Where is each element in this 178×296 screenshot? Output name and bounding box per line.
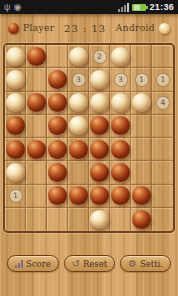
board-cell-r3c8[interactable]: 4	[152, 92, 173, 115]
board-cell-r7c3[interactable]	[47, 185, 68, 208]
reset-button[interactable]: ↺ Reset	[64, 255, 116, 272]
brown-marble	[48, 70, 67, 89]
board-cell-r1c2[interactable]	[26, 45, 47, 68]
light-marble	[111, 93, 130, 112]
move-hint-marker: 3	[72, 73, 86, 87]
light-marble	[111, 47, 130, 66]
board-cell-r4c3[interactable]	[47, 115, 68, 138]
brown-marble	[90, 186, 109, 205]
brown-marble	[69, 186, 88, 205]
move-hint-marker: 1	[9, 189, 23, 203]
board-cell-r7c8[interactable]	[152, 185, 173, 208]
settings-button-label: Setti.	[140, 259, 163, 269]
board-cell-r5c1[interactable]	[5, 138, 26, 161]
board-cell-r6c2[interactable]	[26, 161, 47, 184]
light-marble	[69, 116, 88, 135]
brown-marble	[111, 163, 130, 182]
clock-text: 21:36	[149, 2, 174, 12]
status-bar: ψ ◉ 21:36	[0, 0, 178, 14]
board-cell-r8c4[interactable]	[68, 208, 89, 231]
light-marble	[69, 47, 88, 66]
move-hint-marker: 2	[93, 50, 107, 64]
board-cell-r4c4[interactable]	[68, 115, 89, 138]
brown-marble	[48, 163, 67, 182]
move-hint-marker: 1	[156, 73, 170, 87]
board-cell-r1c8[interactable]	[152, 45, 173, 68]
brown-marble	[6, 116, 25, 135]
board-cell-r6c5[interactable]	[89, 161, 110, 184]
light-marble	[90, 70, 109, 89]
signal-strength-icon	[118, 3, 129, 12]
light-marble	[90, 93, 109, 112]
board-cell-r5c7[interactable]	[131, 138, 152, 161]
score-button[interactable]: Score	[7, 255, 59, 272]
board-cell-r4c1[interactable]	[5, 115, 26, 138]
board-cell-r8c8[interactable]	[152, 208, 173, 231]
board-cell-r2c7[interactable]: 1	[131, 68, 152, 91]
board-cell-r6c4[interactable]	[68, 161, 89, 184]
brown-marble	[90, 163, 109, 182]
board-cell-r5c3[interactable]	[47, 138, 68, 161]
score-header: Player 23 : 13 Android	[0, 15, 178, 41]
brown-marble	[48, 140, 67, 159]
android-marble-icon	[159, 23, 170, 34]
brown-marble	[111, 186, 130, 205]
board-cell-r1c4[interactable]	[68, 45, 89, 68]
light-marble	[132, 93, 151, 112]
app-screen: ψ ◉ 21:36 Player 23 : 13 Android 2331141…	[0, 0, 178, 296]
board-cell-r6c1[interactable]	[5, 161, 26, 184]
board-cell-r1c6[interactable]	[110, 45, 131, 68]
brown-marble	[69, 140, 88, 159]
bar-chart-icon	[15, 260, 23, 268]
brown-marble	[27, 140, 46, 159]
board-cell-r6c3[interactable]	[47, 161, 68, 184]
battery-icon	[132, 4, 146, 11]
brown-marble	[48, 116, 67, 135]
board-cell-r8c2[interactable]	[26, 208, 47, 231]
board-cell-r7c2[interactable]	[26, 185, 47, 208]
board-cell-r6c7[interactable]	[131, 161, 152, 184]
board-cell-r2c4[interactable]: 3	[68, 68, 89, 91]
score-button-label: Score	[26, 259, 51, 269]
board-cell-r4c2[interactable]	[26, 115, 47, 138]
board-cell-r3c5[interactable]	[89, 92, 110, 115]
settings-button[interactable]: ⚙ Setti.	[120, 255, 171, 272]
board-cell-r8c3[interactable]	[47, 208, 68, 231]
board-cell-r3c1[interactable]	[5, 92, 26, 115]
move-hint-marker: 1	[135, 73, 149, 87]
board-cell-r3c7[interactable]	[131, 92, 152, 115]
board-cell-r5c6[interactable]	[110, 138, 131, 161]
brown-marble	[6, 140, 25, 159]
board-cell-r4c5[interactable]	[89, 115, 110, 138]
board-cell-r7c4[interactable]	[68, 185, 89, 208]
board-cell-r8c1[interactable]	[5, 208, 26, 231]
brown-marble	[111, 116, 130, 135]
board-cell-r1c7[interactable]	[131, 45, 152, 68]
board-cell-r3c4[interactable]	[68, 92, 89, 115]
board-cell-r3c6[interactable]	[110, 92, 131, 115]
adb-icon: ◉	[13, 0, 21, 14]
light-marble	[90, 210, 109, 229]
board-cell-r5c8[interactable]	[152, 138, 173, 161]
board-cell-r2c6[interactable]: 3	[110, 68, 131, 91]
brown-marble	[27, 47, 46, 66]
board-cell-r2c1[interactable]	[5, 68, 26, 91]
board-cell-r1c1[interactable]	[5, 45, 26, 68]
board-cell-r2c2[interactable]	[26, 68, 47, 91]
light-marble	[6, 47, 25, 66]
brown-marble	[27, 93, 46, 112]
board-cell-r4c8[interactable]	[152, 115, 173, 138]
light-marble	[69, 93, 88, 112]
light-marble	[6, 163, 25, 182]
status-left-icons: ψ ◉	[4, 0, 21, 14]
board-cell-r3c2[interactable]	[26, 92, 47, 115]
brown-marble	[90, 140, 109, 159]
board-cell-r7c7[interactable]	[131, 185, 152, 208]
brown-marble	[90, 116, 109, 135]
board-cell-r6c6[interactable]	[110, 161, 131, 184]
player-label: Player	[23, 23, 54, 33]
move-hint-marker: 4	[156, 96, 170, 110]
board-cell-r4c7[interactable]	[131, 115, 152, 138]
board-cell-r1c3[interactable]	[47, 45, 68, 68]
board-cell-r6c8[interactable]	[152, 161, 173, 184]
board-cell-r7c5[interactable]	[89, 185, 110, 208]
board-cell-r4c6[interactable]	[110, 115, 131, 138]
board-cell-r2c5[interactable]	[89, 68, 110, 91]
board-cell-r7c1[interactable]: 1	[5, 185, 26, 208]
player-marble-icon	[8, 23, 19, 34]
board-cell-r1c5[interactable]: 2	[89, 45, 110, 68]
android-label: Android	[116, 23, 155, 33]
board: 2331141	[3, 43, 175, 233]
board-cell-r2c8[interactable]: 1	[152, 68, 173, 91]
light-marble	[6, 93, 25, 112]
brown-marble	[48, 93, 67, 112]
board-cell-r3c3[interactable]	[47, 92, 68, 115]
board-cell-r8c6[interactable]	[110, 208, 131, 231]
score-text: 23 : 13	[64, 23, 106, 34]
button-bar: Score ↺ Reset ⚙ Setti.	[0, 255, 178, 272]
board-cell-r5c5[interactable]	[89, 138, 110, 161]
board-cell-r5c4[interactable]	[68, 138, 89, 161]
board-cell-r5c2[interactable]	[26, 138, 47, 161]
board-cell-r7c6[interactable]	[110, 185, 131, 208]
light-marble	[6, 70, 25, 89]
brown-marble	[111, 140, 130, 159]
usb-icon: ψ	[4, 0, 10, 14]
board-cell-r8c5[interactable]	[89, 208, 110, 231]
move-hint-marker: 3	[114, 73, 128, 87]
brown-marble	[132, 186, 151, 205]
undo-arrow-icon: ↺	[72, 259, 80, 269]
board-cell-r8c7[interactable]	[131, 208, 152, 231]
brown-marble	[132, 210, 151, 229]
board-cell-r2c3[interactable]	[47, 68, 68, 91]
gear-icon: ⚙	[128, 259, 137, 269]
brown-marble	[48, 186, 67, 205]
reset-button-label: Reset	[83, 259, 107, 269]
